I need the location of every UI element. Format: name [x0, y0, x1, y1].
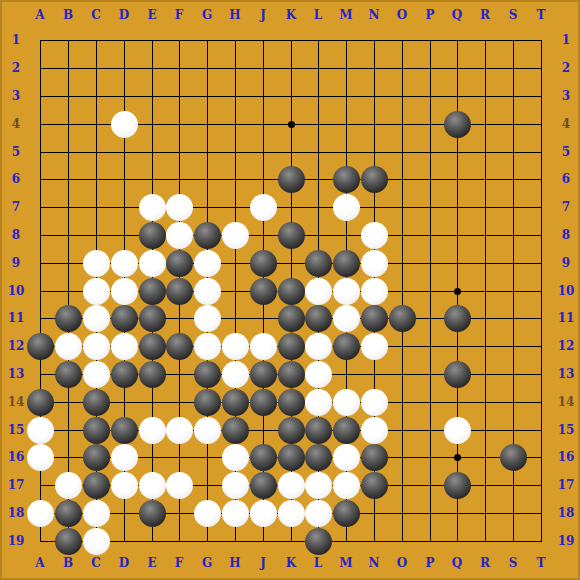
stone-white-A16 — [27, 444, 54, 471]
stone-white-D16 — [111, 444, 138, 471]
stone-black-K16 — [278, 444, 305, 471]
column-label-top: T — [529, 7, 553, 23]
row-label-left: 2 — [3, 60, 29, 76]
stone-black-K10 — [278, 278, 305, 305]
column-label-bottom: M — [334, 555, 358, 571]
stone-black-F9 — [166, 250, 193, 277]
stone-white-N9 — [361, 250, 388, 277]
stone-black-Q4 — [444, 111, 471, 138]
stone-white-F7 — [166, 194, 193, 221]
stone-white-G10 — [194, 278, 221, 305]
column-label-bottom: S — [501, 555, 525, 571]
column-label-top: M — [334, 7, 358, 23]
stone-black-M6 — [333, 166, 360, 193]
column-label-top: G — [195, 7, 219, 23]
stone-white-B12 — [55, 333, 82, 360]
stone-white-M7 — [333, 194, 360, 221]
column-label-bottom: T — [529, 555, 553, 571]
column-label-bottom: L — [306, 555, 330, 571]
stone-black-D11 — [111, 305, 138, 332]
stone-white-H18 — [222, 500, 249, 527]
stone-white-N15 — [361, 417, 388, 444]
column-label-bottom: G — [195, 555, 219, 571]
column-label-bottom: B — [56, 555, 80, 571]
stone-white-G15 — [194, 417, 221, 444]
row-label-right: 14 — [553, 394, 579, 410]
column-label-bottom: H — [223, 555, 247, 571]
row-label-left: 13 — [3, 366, 29, 382]
stone-black-A12 — [27, 333, 54, 360]
stone-black-N11 — [361, 305, 388, 332]
column-label-bottom: Q — [445, 555, 469, 571]
row-label-right: 15 — [553, 422, 579, 438]
stone-black-O11 — [389, 305, 416, 332]
row-label-left: 1 — [3, 32, 29, 48]
column-label-top: N — [362, 7, 386, 23]
stone-white-F8 — [166, 222, 193, 249]
row-label-right: 19 — [553, 533, 579, 549]
row-label-left: 8 — [3, 227, 29, 243]
stone-black-H15 — [222, 417, 249, 444]
stone-black-F10 — [166, 278, 193, 305]
row-label-right: 17 — [553, 477, 579, 493]
stone-black-F12 — [166, 333, 193, 360]
row-label-right: 4 — [553, 116, 579, 132]
stone-black-K15 — [278, 417, 305, 444]
row-label-right: 9 — [553, 255, 579, 271]
column-label-top: O — [390, 7, 414, 23]
column-label-top: E — [140, 7, 164, 23]
column-label-bottom: O — [390, 555, 414, 571]
stone-white-H13 — [222, 361, 249, 388]
stone-white-C10 — [83, 278, 110, 305]
stone-white-E9 — [139, 250, 166, 277]
column-label-bottom: J — [251, 555, 275, 571]
stone-white-N10 — [361, 278, 388, 305]
row-label-right: 3 — [553, 88, 579, 104]
stone-white-J7 — [250, 194, 277, 221]
column-label-top: P — [418, 7, 442, 23]
stone-white-L14 — [305, 389, 332, 416]
stone-white-M16 — [333, 444, 360, 471]
stone-black-Q11 — [444, 305, 471, 332]
stone-white-F17 — [166, 472, 193, 499]
row-label-right: 18 — [553, 505, 579, 521]
grid-vertical-line — [541, 40, 542, 542]
stone-white-J18 — [250, 500, 277, 527]
row-label-right: 7 — [553, 199, 579, 215]
row-label-left: 3 — [3, 88, 29, 104]
stone-white-D10 — [111, 278, 138, 305]
star-point-K4 — [288, 121, 295, 128]
row-label-left: 17 — [3, 477, 29, 493]
stone-white-C19 — [83, 528, 110, 555]
row-label-left: 7 — [3, 199, 29, 215]
column-label-top: H — [223, 7, 247, 23]
stone-white-N12 — [361, 333, 388, 360]
column-label-top: K — [279, 7, 303, 23]
stone-black-D15 — [111, 417, 138, 444]
stone-black-J13 — [250, 361, 277, 388]
column-label-top: B — [56, 7, 80, 23]
stone-black-K11 — [278, 305, 305, 332]
row-label-right: 2 — [553, 60, 579, 76]
stone-white-F15 — [166, 417, 193, 444]
stone-black-K6 — [278, 166, 305, 193]
row-label-right: 10 — [553, 283, 579, 299]
stone-black-B19 — [55, 528, 82, 555]
stone-white-D4 — [111, 111, 138, 138]
stone-black-L9 — [305, 250, 332, 277]
column-label-bottom: K — [279, 555, 303, 571]
stone-black-J9 — [250, 250, 277, 277]
stone-black-J17 — [250, 472, 277, 499]
row-label-left: 11 — [3, 310, 29, 326]
column-label-bottom: A — [28, 555, 52, 571]
row-label-left: 14 — [3, 394, 29, 410]
stone-black-E18 — [139, 500, 166, 527]
stone-white-D17 — [111, 472, 138, 499]
column-label-bottom: C — [84, 555, 108, 571]
stone-white-D9 — [111, 250, 138, 277]
column-label-top: R — [473, 7, 497, 23]
stone-black-G13 — [194, 361, 221, 388]
stone-black-M9 — [333, 250, 360, 277]
stone-black-L15 — [305, 417, 332, 444]
stone-white-H16 — [222, 444, 249, 471]
stone-white-H12 — [222, 333, 249, 360]
stone-white-M10 — [333, 278, 360, 305]
row-label-left: 12 — [3, 338, 29, 354]
stone-black-L11 — [305, 305, 332, 332]
stone-black-K8 — [278, 222, 305, 249]
row-label-right: 5 — [553, 144, 579, 160]
stone-white-G9 — [194, 250, 221, 277]
row-label-left: 6 — [3, 171, 29, 187]
column-label-top: J — [251, 7, 275, 23]
column-label-top: C — [84, 7, 108, 23]
stone-white-E7 — [139, 194, 166, 221]
row-label-left: 10 — [3, 283, 29, 299]
stone-black-C17 — [83, 472, 110, 499]
stone-white-G11 — [194, 305, 221, 332]
stone-white-L17 — [305, 472, 332, 499]
stone-black-Q13 — [444, 361, 471, 388]
stone-white-Q15 — [444, 417, 471, 444]
grid-horizontal-line — [40, 541, 542, 542]
stone-white-N8 — [361, 222, 388, 249]
stone-white-C18 — [83, 500, 110, 527]
stone-black-E12 — [139, 333, 166, 360]
stone-black-M18 — [333, 500, 360, 527]
stone-black-B13 — [55, 361, 82, 388]
stone-black-S16 — [500, 444, 527, 471]
column-label-bottom: F — [167, 555, 191, 571]
row-label-left: 4 — [3, 116, 29, 132]
stone-white-M11 — [333, 305, 360, 332]
star-point-Q10 — [454, 288, 461, 295]
column-label-top: L — [306, 7, 330, 23]
row-label-left: 5 — [3, 144, 29, 160]
stone-white-C12 — [83, 333, 110, 360]
stone-white-G12 — [194, 333, 221, 360]
stone-white-L10 — [305, 278, 332, 305]
column-label-top: F — [167, 7, 191, 23]
column-label-top: A — [28, 7, 52, 23]
row-label-left: 19 — [3, 533, 29, 549]
grid-vertical-line — [485, 40, 486, 542]
stone-black-E10 — [139, 278, 166, 305]
stone-black-E13 — [139, 361, 166, 388]
stone-white-N14 — [361, 389, 388, 416]
column-label-bottom: P — [418, 555, 442, 571]
stone-white-H17 — [222, 472, 249, 499]
stone-white-C11 — [83, 305, 110, 332]
row-label-right: 8 — [553, 227, 579, 243]
stone-white-A18 — [27, 500, 54, 527]
stone-black-H14 — [222, 389, 249, 416]
stone-white-E17 — [139, 472, 166, 499]
stone-black-K14 — [278, 389, 305, 416]
stone-white-K18 — [278, 500, 305, 527]
row-label-right: 12 — [553, 338, 579, 354]
stone-white-H8 — [222, 222, 249, 249]
stone-black-L16 — [305, 444, 332, 471]
stone-black-E8 — [139, 222, 166, 249]
stone-white-M14 — [333, 389, 360, 416]
stone-white-C13 — [83, 361, 110, 388]
column-label-top: S — [501, 7, 525, 23]
stone-black-J10 — [250, 278, 277, 305]
stone-black-B11 — [55, 305, 82, 332]
stone-black-B18 — [55, 500, 82, 527]
column-label-bottom: D — [112, 555, 136, 571]
stone-black-N16 — [361, 444, 388, 471]
stone-black-G8 — [194, 222, 221, 249]
row-label-left: 16 — [3, 449, 29, 465]
row-label-right: 13 — [553, 366, 579, 382]
stone-black-K13 — [278, 361, 305, 388]
go-board[interactable]: AA11BB22CC33DD44EE55FF66GG77HH88JJ99KK10… — [0, 0, 580, 580]
stone-white-M17 — [333, 472, 360, 499]
stone-black-E11 — [139, 305, 166, 332]
stone-black-A14 — [27, 389, 54, 416]
stone-black-J14 — [250, 389, 277, 416]
stone-black-N17 — [361, 472, 388, 499]
row-label-left: 15 — [3, 422, 29, 438]
column-label-bottom: R — [473, 555, 497, 571]
stone-black-M15 — [333, 417, 360, 444]
row-label-right: 16 — [553, 449, 579, 465]
row-label-left: 18 — [3, 505, 29, 521]
stone-black-M12 — [333, 333, 360, 360]
stone-white-L12 — [305, 333, 332, 360]
grid-vertical-line — [430, 40, 431, 542]
stone-white-A15 — [27, 417, 54, 444]
stone-black-J16 — [250, 444, 277, 471]
stone-black-D13 — [111, 361, 138, 388]
stone-black-N6 — [361, 166, 388, 193]
stone-black-L19 — [305, 528, 332, 555]
grid-vertical-line — [402, 40, 403, 542]
star-point-Q16 — [454, 454, 461, 461]
column-label-bottom: E — [140, 555, 164, 571]
stone-black-G14 — [194, 389, 221, 416]
stone-white-B17 — [55, 472, 82, 499]
stone-white-D12 — [111, 333, 138, 360]
row-label-right: 11 — [553, 310, 579, 326]
stone-black-C15 — [83, 417, 110, 444]
stone-white-L13 — [305, 361, 332, 388]
row-label-right: 1 — [553, 32, 579, 48]
row-label-right: 6 — [553, 171, 579, 187]
stone-white-K17 — [278, 472, 305, 499]
stone-white-J12 — [250, 333, 277, 360]
column-label-bottom: N — [362, 555, 386, 571]
stone-black-C16 — [83, 444, 110, 471]
stone-white-C9 — [83, 250, 110, 277]
column-label-top: Q — [445, 7, 469, 23]
stone-white-E15 — [139, 417, 166, 444]
column-label-top: D — [112, 7, 136, 23]
stone-black-K12 — [278, 333, 305, 360]
stone-white-G18 — [194, 500, 221, 527]
stone-black-C14 — [83, 389, 110, 416]
row-label-left: 9 — [3, 255, 29, 271]
stone-white-L18 — [305, 500, 332, 527]
stone-black-Q17 — [444, 472, 471, 499]
